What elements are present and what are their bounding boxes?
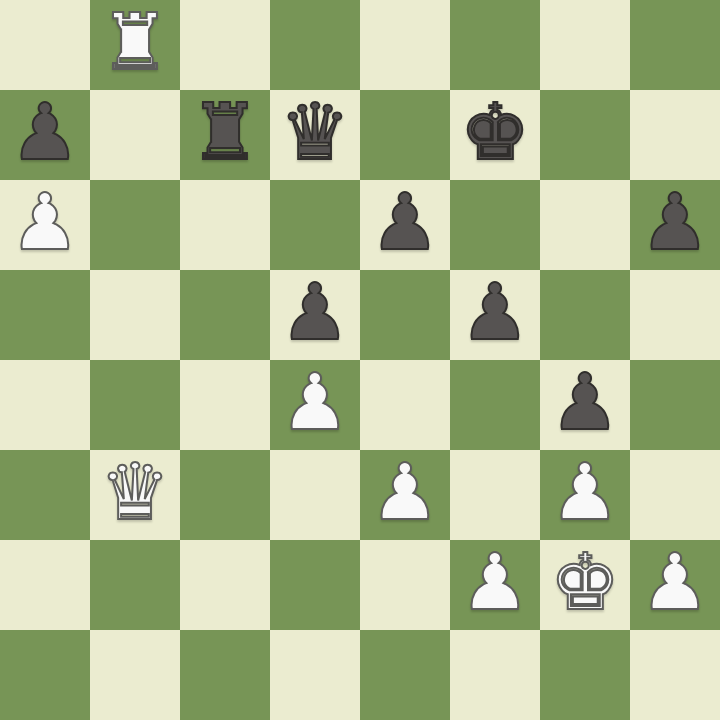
square-h5[interactable] <box>630 270 720 360</box>
square-e6[interactable]: ♟ <box>360 180 450 270</box>
square-h8[interactable] <box>630 0 720 90</box>
square-g6[interactable] <box>540 180 630 270</box>
square-c7[interactable]: ♜ <box>180 90 270 180</box>
piece-white-pawn-g3[interactable]: ♟ <box>550 447 620 537</box>
square-e3[interactable]: ♟ <box>360 450 450 540</box>
square-c1[interactable] <box>180 630 270 720</box>
square-b5[interactable] <box>90 270 180 360</box>
square-a4[interactable] <box>0 360 90 450</box>
square-a2[interactable] <box>0 540 90 630</box>
piece-white-pawn-a6[interactable]: ♟ <box>10 177 80 267</box>
square-f1[interactable] <box>450 630 540 720</box>
square-e7[interactable] <box>360 90 450 180</box>
piece-white-pawn-e3[interactable]: ♟ <box>370 447 440 537</box>
square-b1[interactable] <box>90 630 180 720</box>
piece-black-pawn-a7[interactable]: ♟ <box>10 87 80 177</box>
square-a1[interactable] <box>0 630 90 720</box>
square-a6[interactable]: ♟ <box>0 180 90 270</box>
square-g3[interactable]: ♟ <box>540 450 630 540</box>
square-c2[interactable] <box>180 540 270 630</box>
piece-black-pawn-f5[interactable]: ♟ <box>460 267 530 357</box>
square-a8[interactable] <box>0 0 90 90</box>
square-b7[interactable] <box>90 90 180 180</box>
square-g2[interactable]: ♚ <box>540 540 630 630</box>
square-d1[interactable] <box>270 630 360 720</box>
square-f6[interactable] <box>450 180 540 270</box>
square-a7[interactable]: ♟ <box>0 90 90 180</box>
square-e5[interactable] <box>360 270 450 360</box>
square-a5[interactable] <box>0 270 90 360</box>
square-c3[interactable] <box>180 450 270 540</box>
square-d6[interactable] <box>270 180 360 270</box>
piece-white-pawn-f2[interactable]: ♟ <box>460 537 530 627</box>
piece-white-king-g2[interactable]: ♚ <box>550 537 620 627</box>
piece-white-pawn-d4[interactable]: ♟ <box>280 357 350 447</box>
piece-black-queen-d7[interactable]: ♛ <box>280 87 350 177</box>
piece-black-pawn-h6[interactable]: ♟ <box>640 177 710 267</box>
square-g1[interactable] <box>540 630 630 720</box>
square-d7[interactable]: ♛ <box>270 90 360 180</box>
square-b3[interactable]: ♛ <box>90 450 180 540</box>
piece-white-pawn-h2[interactable]: ♟ <box>640 537 710 627</box>
square-b8[interactable]: ♜ <box>90 0 180 90</box>
square-d4[interactable]: ♟ <box>270 360 360 450</box>
square-f8[interactable] <box>450 0 540 90</box>
piece-black-pawn-e6[interactable]: ♟ <box>370 177 440 267</box>
square-b2[interactable] <box>90 540 180 630</box>
piece-white-rook-b8[interactable]: ♜ <box>100 0 170 87</box>
piece-black-king-f7[interactable]: ♚ <box>460 87 530 177</box>
square-d3[interactable] <box>270 450 360 540</box>
square-f3[interactable] <box>450 450 540 540</box>
square-g4[interactable]: ♟ <box>540 360 630 450</box>
square-e4[interactable] <box>360 360 450 450</box>
square-f2[interactable]: ♟ <box>450 540 540 630</box>
square-f4[interactable] <box>450 360 540 450</box>
square-f5[interactable]: ♟ <box>450 270 540 360</box>
square-h3[interactable] <box>630 450 720 540</box>
square-e8[interactable] <box>360 0 450 90</box>
square-b4[interactable] <box>90 360 180 450</box>
square-e1[interactable] <box>360 630 450 720</box>
chess-board: ♜♟♜♛♚♟♟♟♟♟♟♟♛♟♟♟♚♟ <box>0 0 720 720</box>
square-h1[interactable] <box>630 630 720 720</box>
square-h6[interactable]: ♟ <box>630 180 720 270</box>
square-h7[interactable] <box>630 90 720 180</box>
square-d8[interactable] <box>270 0 360 90</box>
square-f7[interactable]: ♚ <box>450 90 540 180</box>
piece-black-rook-c7[interactable]: ♜ <box>190 87 260 177</box>
square-c4[interactable] <box>180 360 270 450</box>
square-g7[interactable] <box>540 90 630 180</box>
piece-black-pawn-d5[interactable]: ♟ <box>280 267 350 357</box>
square-c6[interactable] <box>180 180 270 270</box>
square-h2[interactable]: ♟ <box>630 540 720 630</box>
square-e2[interactable] <box>360 540 450 630</box>
square-g5[interactable] <box>540 270 630 360</box>
square-d2[interactable] <box>270 540 360 630</box>
square-g8[interactable] <box>540 0 630 90</box>
square-c5[interactable] <box>180 270 270 360</box>
square-d5[interactable]: ♟ <box>270 270 360 360</box>
square-a3[interactable] <box>0 450 90 540</box>
square-c8[interactable] <box>180 0 270 90</box>
square-b6[interactable] <box>90 180 180 270</box>
piece-black-pawn-g4[interactable]: ♟ <box>550 357 620 447</box>
square-h4[interactable] <box>630 360 720 450</box>
piece-white-queen-b3[interactable]: ♛ <box>100 447 170 537</box>
